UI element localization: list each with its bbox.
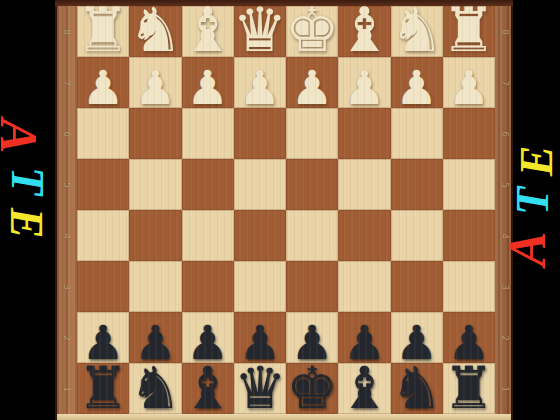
square-g4[interactable] (391, 210, 443, 261)
square-e1[interactable]: ♚ (286, 363, 338, 414)
square-f4[interactable] (338, 210, 390, 261)
white-pawn[interactable]: ♟ (448, 64, 490, 111)
white-rook[interactable]: ♜ (442, 0, 497, 60)
square-f8[interactable]: ♝ (338, 6, 390, 57)
square-e5[interactable] (286, 159, 338, 210)
chess-app-screen: ♜♞♝♛♚♝♞♜♟♟♟♟♟♟♟♟♟♟♟♟♟♟♟♟♜♞♝♛♚♝♞♜ 8877665… (0, 0, 560, 420)
square-b1[interactable]: ♞ (129, 363, 181, 414)
left-margin: ATE (0, 0, 55, 420)
black-bishop[interactable]: ♝ (182, 359, 234, 417)
square-c3[interactable] (182, 261, 234, 312)
white-pawn[interactable]: ♟ (343, 64, 385, 111)
square-f6[interactable] (338, 108, 390, 159)
black-rook[interactable]: ♜ (443, 359, 495, 417)
square-b8[interactable]: ♞ (129, 6, 181, 57)
square-h5[interactable] (443, 159, 495, 210)
white-bishop[interactable]: ♝ (180, 0, 235, 60)
square-b7[interactable]: ♟ (129, 57, 181, 108)
white-knight[interactable]: ♞ (128, 0, 183, 60)
square-c6[interactable] (182, 108, 234, 159)
square-f3[interactable] (338, 261, 390, 312)
square-b6[interactable] (129, 108, 181, 159)
square-h3[interactable] (443, 261, 495, 312)
square-d6[interactable] (234, 108, 286, 159)
square-d3[interactable] (234, 261, 286, 312)
white-queen[interactable]: ♛ (233, 0, 288, 60)
white-pawn[interactable]: ♟ (187, 64, 229, 111)
square-h8[interactable]: ♜ (443, 6, 495, 57)
square-d4[interactable] (234, 210, 286, 261)
margin-letter-a: A (0, 119, 44, 154)
white-rook[interactable]: ♜ (76, 0, 131, 60)
square-a6[interactable] (77, 108, 129, 159)
square-d5[interactable] (234, 159, 286, 210)
square-g7[interactable]: ♟ (391, 57, 443, 108)
square-b4[interactable] (129, 210, 181, 261)
square-a5[interactable] (77, 159, 129, 210)
margin-letter-t: T (510, 187, 556, 215)
margin-letter-t: T (4, 167, 50, 195)
margin-letter-e: E (514, 146, 560, 177)
square-a1[interactable]: ♜ (77, 363, 129, 414)
margin-letter-e: E (3, 208, 49, 239)
square-c8[interactable]: ♝ (182, 6, 234, 57)
square-h4[interactable] (443, 210, 495, 261)
square-c5[interactable] (182, 159, 234, 210)
white-bishop[interactable]: ♝ (337, 0, 392, 60)
square-h1[interactable]: ♜ (443, 363, 495, 414)
square-h6[interactable] (443, 108, 495, 159)
white-pawn[interactable]: ♟ (134, 64, 176, 111)
square-e3[interactable] (286, 261, 338, 312)
black-queen[interactable]: ♛ (234, 359, 286, 417)
white-pawn[interactable]: ♟ (239, 64, 281, 111)
black-bishop[interactable]: ♝ (338, 359, 390, 417)
white-king[interactable]: ♚ (285, 0, 340, 60)
square-a8[interactable]: ♜ (77, 6, 129, 57)
square-b5[interactable] (129, 159, 181, 210)
right-margin: ETA (513, 0, 560, 420)
square-c1[interactable]: ♝ (182, 363, 234, 414)
white-pawn[interactable]: ♟ (396, 64, 438, 111)
white-pawn[interactable]: ♟ (291, 64, 333, 111)
square-g8[interactable]: ♞ (391, 6, 443, 57)
square-d1[interactable]: ♛ (234, 363, 286, 414)
square-e4[interactable] (286, 210, 338, 261)
square-c7[interactable]: ♟ (182, 57, 234, 108)
square-e8[interactable]: ♚ (286, 6, 338, 57)
square-c4[interactable] (182, 210, 234, 261)
square-a3[interactable] (77, 261, 129, 312)
square-g5[interactable] (391, 159, 443, 210)
square-e6[interactable] (286, 108, 338, 159)
square-g1[interactable]: ♞ (391, 363, 443, 414)
board-frame-bottom-rail (57, 414, 511, 420)
chess-board: ♜♞♝♛♚♝♞♜♟♟♟♟♟♟♟♟♟♟♟♟♟♟♟♟♜♞♝♛♚♝♞♜ (77, 6, 495, 414)
square-g6[interactable] (391, 108, 443, 159)
square-f5[interactable] (338, 159, 390, 210)
black-king[interactable]: ♚ (286, 359, 338, 417)
square-h7[interactable]: ♟ (443, 57, 495, 108)
square-b3[interactable] (129, 261, 181, 312)
black-rook[interactable]: ♜ (77, 359, 129, 417)
square-a4[interactable] (77, 210, 129, 261)
square-a7[interactable]: ♟ (77, 57, 129, 108)
white-pawn[interactable]: ♟ (82, 64, 124, 111)
square-f7[interactable]: ♟ (338, 57, 390, 108)
black-knight[interactable]: ♞ (129, 359, 181, 417)
square-e7[interactable]: ♟ (286, 57, 338, 108)
square-d7[interactable]: ♟ (234, 57, 286, 108)
square-f1[interactable]: ♝ (338, 363, 390, 414)
black-knight[interactable]: ♞ (391, 359, 443, 417)
square-g3[interactable] (391, 261, 443, 312)
white-knight[interactable]: ♞ (389, 0, 444, 60)
square-d8[interactable]: ♛ (234, 6, 286, 57)
